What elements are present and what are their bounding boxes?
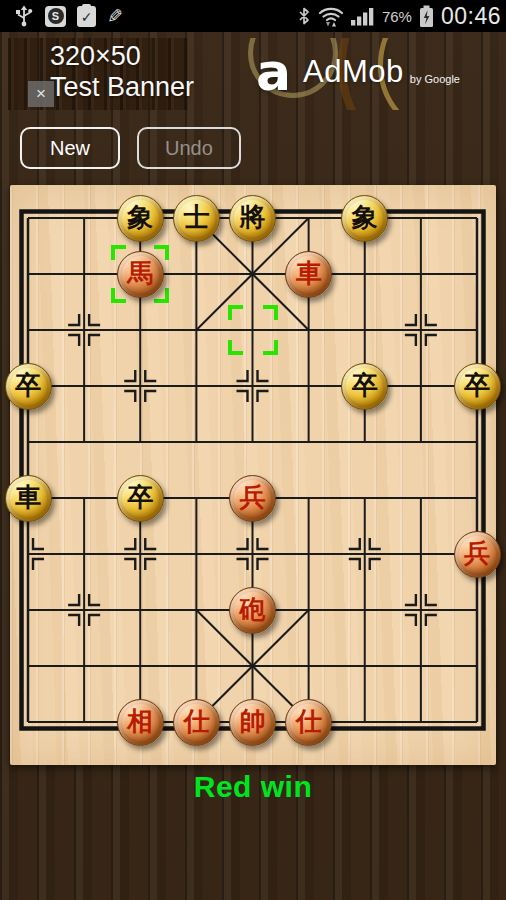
piece-glyph: 仕 [296,708,322,734]
battery-charging-icon [419,5,434,28]
piece-glyph: 砲 [240,596,266,622]
piece-red-soldier[interactable]: 兵 [229,475,276,522]
piece-black-general[interactable]: 將 [229,195,276,242]
ad-banner[interactable]: 320×50 Test Banner a AdMob by Google × [8,38,498,110]
piece-black-advisor[interactable]: 士 [173,195,220,242]
piece-glyph: 將 [240,204,266,230]
piece-black-elephant[interactable]: 象 [117,195,164,242]
piece-glyph: 卒 [464,372,490,398]
piece-red-general[interactable]: 帥 [229,699,276,746]
piece-black-chariot[interactable]: 車 [5,475,52,522]
piece-glyph: 帥 [240,708,266,734]
piece-glyph: 卒 [15,372,41,398]
by-google-label: by Google [410,73,460,85]
piece-red-horse[interactable]: 馬 [117,251,164,298]
ad-title: Test Banner [50,72,194,103]
admob-wordmark: AdMob [303,54,404,90]
piece-black-soldier[interactable]: 卒 [117,475,164,522]
toolbar: New Undo [20,127,241,169]
ad-close-button[interactable]: × [28,81,54,107]
piece-red-chariot[interactable]: 車 [285,251,332,298]
phone-screen: S ✓ ✎ [0,0,506,900]
status-bar: S ✓ ✎ [0,0,506,32]
piece-glyph: 兵 [464,540,490,566]
pencil-icon: ✎ [107,5,123,28]
undo-button[interactable]: Undo [137,127,241,169]
xiangqi-board[interactable]: 象士將象馬車卒卒卒車卒兵兵砲相仕帥仕 [0,185,506,765]
piece-black-soldier[interactable]: 卒 [5,363,52,410]
piece-glyph: 兵 [240,484,266,510]
piece-black-soldier[interactable]: 卒 [341,363,388,410]
piece-red-soldier[interactable]: 兵 [454,531,501,578]
game-result-message: Red win [0,770,506,804]
piece-red-elephant[interactable]: 相 [117,699,164,746]
piece-red-cannon[interactable]: 砲 [229,587,276,634]
ad-banner-text: 320×50 Test Banner [50,41,194,103]
battery-percent: 76% [382,8,412,25]
piece-red-advisor[interactable]: 仕 [285,699,332,746]
piece-glyph: 仕 [183,708,209,734]
signal-icon [351,6,375,26]
s-badge-icon: S [45,6,66,27]
piece-glyph: 卒 [352,372,378,398]
piece-glyph: 車 [15,484,41,510]
ad-size-label: 320×50 [50,41,194,72]
new-button[interactable]: New [20,127,120,169]
piece-glyph: 車 [296,260,322,286]
clipboard-check-icon: ✓ [77,6,96,27]
admob-a-icon: a [256,48,291,96]
piece-black-elephant[interactable]: 象 [341,195,388,242]
admob-logo: a AdMob by Google [256,48,460,96]
piece-glyph: 相 [127,708,153,734]
status-icons-right: 76% 00:46 [297,3,501,30]
piece-glyph: 卒 [127,484,153,510]
piece-red-advisor[interactable]: 仕 [173,699,220,746]
piece-glyph: 士 [183,204,209,230]
piece-black-soldier[interactable]: 卒 [454,363,501,410]
piece-glyph: 馬 [127,260,153,286]
wifi-icon [318,6,344,27]
status-icons-left: S ✓ ✎ [14,5,123,28]
clock: 00:46 [441,3,501,30]
bluetooth-icon [297,6,311,26]
piece-glyph: 象 [352,204,378,230]
piece-glyph: 象 [127,204,153,230]
usb-icon [14,5,34,27]
